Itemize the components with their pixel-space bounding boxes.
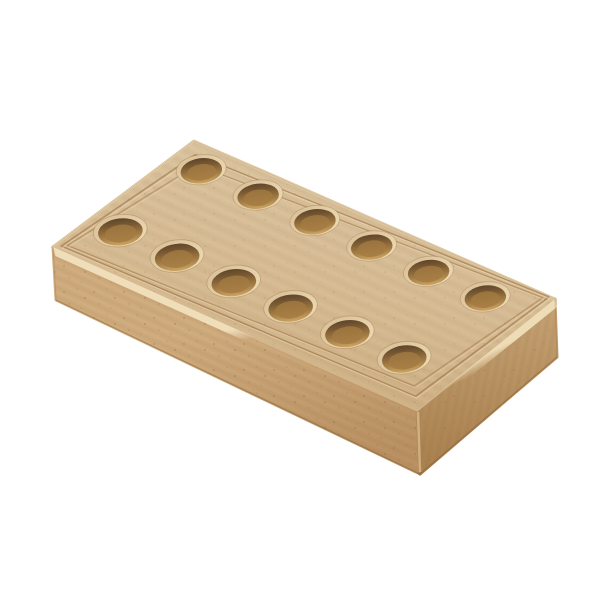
product-photo	[0, 0, 605, 605]
mancala-board	[0, 0, 605, 605]
